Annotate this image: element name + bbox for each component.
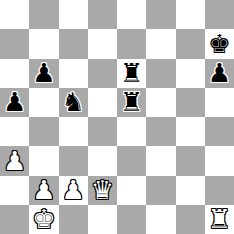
chess-board: ♚♟♜♟♟♞♜♟♟♟♛♚♜ [0, 0, 234, 234]
square-c2: ♟ [59, 176, 88, 205]
square-b4 [29, 117, 58, 146]
square-h1: ♜ [205, 205, 234, 234]
square-e6: ♜ [117, 59, 146, 88]
square-f3 [146, 146, 175, 175]
square-e7 [117, 29, 146, 58]
square-b1: ♚ [29, 205, 58, 234]
square-h7: ♚ [205, 29, 234, 58]
square-a6 [0, 59, 29, 88]
square-f2 [146, 176, 175, 205]
square-a2 [0, 176, 29, 205]
square-f1 [146, 205, 175, 234]
square-g2 [176, 176, 205, 205]
piece-black-king-h7: ♚ [208, 31, 231, 57]
square-g4 [176, 117, 205, 146]
square-e2 [117, 176, 146, 205]
square-d3 [88, 146, 117, 175]
piece-black-knight-c5: ♞ [61, 89, 84, 115]
square-b5 [29, 88, 58, 117]
piece-black-rook-e5: ♜ [120, 89, 143, 115]
square-b3 [29, 146, 58, 175]
square-d2: ♛ [88, 176, 117, 205]
piece-black-pawn-h6: ♟ [208, 60, 231, 86]
square-a1 [0, 205, 29, 234]
square-a3: ♟ [0, 146, 29, 175]
square-g1 [176, 205, 205, 234]
piece-white-king-b1: ♚ [32, 206, 55, 232]
piece-black-pawn-b6: ♟ [32, 60, 55, 86]
square-c5: ♞ [59, 88, 88, 117]
square-h6: ♟ [205, 59, 234, 88]
square-g7 [176, 29, 205, 58]
square-e4 [117, 117, 146, 146]
square-a7 [0, 29, 29, 58]
square-d5 [88, 88, 117, 117]
square-f8 [146, 0, 175, 29]
square-h8 [205, 0, 234, 29]
piece-white-queen-d2: ♛ [91, 177, 114, 203]
square-d1 [88, 205, 117, 234]
square-c7 [59, 29, 88, 58]
square-b8 [29, 0, 58, 29]
square-f5 [146, 88, 175, 117]
square-g5 [176, 88, 205, 117]
square-c8 [59, 0, 88, 29]
square-f4 [146, 117, 175, 146]
square-d8 [88, 0, 117, 29]
piece-white-pawn-b2: ♟ [32, 177, 55, 203]
square-c6 [59, 59, 88, 88]
square-a8 [0, 0, 29, 29]
square-h4 [205, 117, 234, 146]
square-e1 [117, 205, 146, 234]
square-c4 [59, 117, 88, 146]
square-g6 [176, 59, 205, 88]
square-d7 [88, 29, 117, 58]
square-e8 [117, 0, 146, 29]
piece-white-rook-h1: ♜ [208, 206, 231, 232]
square-f6 [146, 59, 175, 88]
square-d6 [88, 59, 117, 88]
square-c3 [59, 146, 88, 175]
square-b7 [29, 29, 58, 58]
square-e5: ♜ [117, 88, 146, 117]
square-h2 [205, 176, 234, 205]
piece-white-pawn-c2: ♟ [61, 177, 84, 203]
square-b6: ♟ [29, 59, 58, 88]
square-c1 [59, 205, 88, 234]
square-a4 [0, 117, 29, 146]
square-f7 [146, 29, 175, 58]
piece-black-rook-e6: ♜ [120, 60, 143, 86]
piece-black-pawn-a5: ♟ [3, 89, 26, 115]
square-d4 [88, 117, 117, 146]
square-h5 [205, 88, 234, 117]
square-a5: ♟ [0, 88, 29, 117]
square-g8 [176, 0, 205, 29]
square-e3 [117, 146, 146, 175]
square-h3 [205, 146, 234, 175]
square-b2: ♟ [29, 176, 58, 205]
piece-white-pawn-a3: ♟ [3, 148, 26, 174]
square-g3 [176, 146, 205, 175]
